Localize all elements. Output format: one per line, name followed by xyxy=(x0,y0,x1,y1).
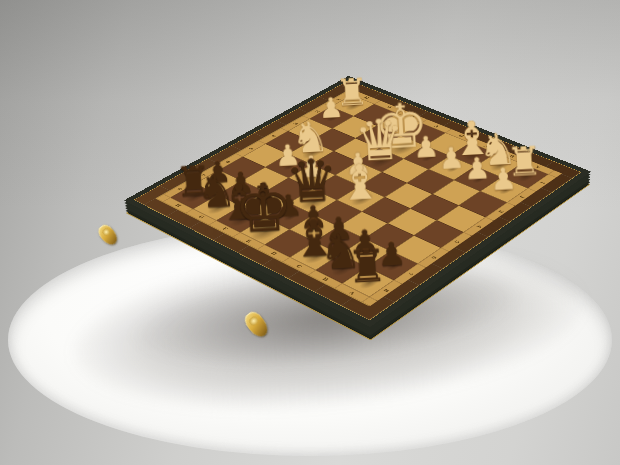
rank-label-6-text: 6 xyxy=(429,255,437,260)
rank-label-5-text: 5 xyxy=(247,147,254,151)
file-label-C-text: C xyxy=(295,264,304,269)
file-label-B-text: B xyxy=(321,277,330,282)
rank-label-1-text: 1 xyxy=(538,181,546,185)
board-grid: 87654321H♜♟♟♜HG♞♟♟♞GF♝♟♟FE♚♟♛♟♛♚ED♟♝♟DC♝… xyxy=(155,89,559,305)
file-label-A-text: A xyxy=(348,290,357,295)
square-c3 xyxy=(407,169,454,194)
label-band-corner xyxy=(548,170,562,177)
file-label-E-text: E xyxy=(245,238,253,243)
product-photo: 87654321H♜♟♟♜HG♞♟♟♞GF♝♟♟FE♚♟♛♟♛♚ED♟♝♟DC♝… xyxy=(0,0,620,465)
rank-label-7-text: 7 xyxy=(406,272,415,277)
rank-label-2-text: 2 xyxy=(518,195,526,199)
chess-piece-white-pawn: ♟ xyxy=(413,134,440,161)
chess-piece-black-rook: ♜ xyxy=(347,246,389,288)
rank-label-8-text: 8 xyxy=(382,288,391,293)
file-label-D-text: D xyxy=(269,251,278,256)
file-label-F-text: F xyxy=(221,226,229,231)
chess-piece-black-king: ♚ xyxy=(233,177,295,239)
chess-piece-white-pawn: ♟ xyxy=(438,144,466,172)
rank-label-4-text: 4 xyxy=(475,224,483,228)
board-frame: 87654321H♜♟♟♜HG♞♟♟♞GF♝♟♟FE♚♟♛♟♛♚ED♟♝♟DC♝… xyxy=(134,80,582,320)
rank-label-5-text: 5 xyxy=(452,240,460,244)
chess-board: 87654321H♜♟♟♜HG♞♟♟♞GF♝♟♟FE♚♟♛♟♛♚ED♟♝♟DC♝… xyxy=(184,12,532,360)
brass-hinge xyxy=(96,222,121,248)
chess-piece-white-bishop: ♝ xyxy=(337,159,383,205)
label-band-corner xyxy=(156,194,170,202)
file-label-G-text: G xyxy=(197,215,206,220)
chess-piece-white-pawn: ♟ xyxy=(489,165,517,193)
chess-piece-white-pawn: ♟ xyxy=(463,154,491,182)
rank-label-3-text: 3 xyxy=(496,209,504,213)
board-perspective: 87654321H♜♟♟♜HG♞♟♟♞GF♝♟♟FE♚♟♛♟♛♚ED♟♝♟DC♝… xyxy=(184,12,532,360)
file-label-E-text: E xyxy=(433,124,440,128)
file-label-H-text: H xyxy=(174,203,183,208)
